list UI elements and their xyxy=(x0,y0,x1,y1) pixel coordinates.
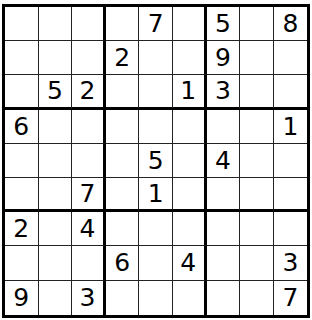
cell-r3c6[interactable]: 1 xyxy=(173,75,207,109)
cell-r4c5[interactable] xyxy=(139,110,173,144)
cell-r6c4[interactable] xyxy=(106,178,140,212)
cell-r3c8[interactable] xyxy=(240,75,274,109)
cell-r6c3[interactable]: 7 xyxy=(72,178,106,212)
cell-r1c5[interactable]: 7 xyxy=(139,7,173,41)
cell-r2c4[interactable]: 2 xyxy=(106,41,140,75)
cell-r5c1[interactable] xyxy=(5,144,39,178)
cell-r9c1[interactable]: 9 xyxy=(5,281,39,315)
cell-r9c5[interactable] xyxy=(139,281,173,315)
cell-r6c9[interactable] xyxy=(274,178,308,212)
cell-r3c1[interactable] xyxy=(5,75,39,109)
cell-r5c9[interactable] xyxy=(274,144,308,178)
cell-r8c7[interactable] xyxy=(207,246,241,280)
cell-r1c8[interactable] xyxy=(240,7,274,41)
cell-r7c8[interactable] xyxy=(240,212,274,246)
cell-r5c7[interactable]: 4 xyxy=(207,144,241,178)
cell-r7c5[interactable] xyxy=(139,212,173,246)
cell-r1c6[interactable] xyxy=(173,7,207,41)
cell-r3c4[interactable] xyxy=(106,75,140,109)
cell-r6c5[interactable]: 1 xyxy=(139,178,173,212)
cell-r7c6[interactable] xyxy=(173,212,207,246)
cell-r4c9[interactable]: 1 xyxy=(274,110,308,144)
cell-r2c7[interactable]: 9 xyxy=(207,41,241,75)
cell-r5c5[interactable]: 5 xyxy=(139,144,173,178)
page-container: 75829521361547124643937 xyxy=(0,0,312,318)
cell-r1c2[interactable] xyxy=(39,7,73,41)
cell-r6c1[interactable] xyxy=(5,178,39,212)
cell-r4c3[interactable] xyxy=(72,110,106,144)
cell-r7c2[interactable] xyxy=(39,212,73,246)
cell-r9c7[interactable] xyxy=(207,281,241,315)
cell-r4c7[interactable] xyxy=(207,110,241,144)
cell-r3c9[interactable] xyxy=(274,75,308,109)
cell-r4c6[interactable] xyxy=(173,110,207,144)
cell-r5c3[interactable] xyxy=(72,144,106,178)
cell-r9c6[interactable] xyxy=(173,281,207,315)
cell-r7c1[interactable]: 2 xyxy=(5,212,39,246)
cell-r6c6[interactable] xyxy=(173,178,207,212)
cell-r8c3[interactable] xyxy=(72,246,106,280)
cell-r9c2[interactable] xyxy=(39,281,73,315)
cell-r1c4[interactable] xyxy=(106,7,140,41)
cell-r2c9[interactable] xyxy=(274,41,308,75)
cell-r4c8[interactable] xyxy=(240,110,274,144)
cell-r5c6[interactable] xyxy=(173,144,207,178)
cell-r2c1[interactable] xyxy=(5,41,39,75)
cell-r9c3[interactable]: 3 xyxy=(72,281,106,315)
cell-r4c2[interactable] xyxy=(39,110,73,144)
cell-r7c3[interactable]: 4 xyxy=(72,212,106,246)
cell-r2c5[interactable] xyxy=(139,41,173,75)
cell-r6c8[interactable] xyxy=(240,178,274,212)
cell-r9c4[interactable] xyxy=(106,281,140,315)
cell-r2c6[interactable] xyxy=(173,41,207,75)
cell-r9c8[interactable] xyxy=(240,281,274,315)
cell-r8c6[interactable]: 4 xyxy=(173,246,207,280)
cell-r3c3[interactable]: 2 xyxy=(72,75,106,109)
sudoku-page: { "game": "sudoku", "grid_size": "9x9", … xyxy=(0,0,312,320)
cell-r8c9[interactable]: 3 xyxy=(274,246,308,280)
cell-r4c1[interactable]: 6 xyxy=(5,110,39,144)
cell-r3c2[interactable]: 5 xyxy=(39,75,73,109)
cell-r5c4[interactable] xyxy=(106,144,140,178)
cell-r3c7[interactable]: 3 xyxy=(207,75,241,109)
cell-r2c8[interactable] xyxy=(240,41,274,75)
cell-r8c8[interactable] xyxy=(240,246,274,280)
cell-r6c2[interactable] xyxy=(39,178,73,212)
cell-r9c9[interactable]: 7 xyxy=(274,281,308,315)
cell-r8c4[interactable]: 6 xyxy=(106,246,140,280)
cell-r5c8[interactable] xyxy=(240,144,274,178)
cell-r2c2[interactable] xyxy=(39,41,73,75)
cell-r6c7[interactable] xyxy=(207,178,241,212)
cell-r1c9[interactable]: 8 xyxy=(274,7,308,41)
cell-r8c1[interactable] xyxy=(5,246,39,280)
cell-r5c2[interactable] xyxy=(39,144,73,178)
cell-r2c3[interactable] xyxy=(72,41,106,75)
cell-r8c2[interactable] xyxy=(39,246,73,280)
cell-r1c3[interactable] xyxy=(72,7,106,41)
cell-r7c9[interactable] xyxy=(274,212,308,246)
cell-r7c7[interactable] xyxy=(207,212,241,246)
sudoku-board: 75829521361547124643937 xyxy=(2,4,310,318)
cell-r7c4[interactable] xyxy=(106,212,140,246)
cell-r1c1[interactable] xyxy=(5,7,39,41)
cell-r4c4[interactable] xyxy=(106,110,140,144)
cell-r1c7[interactable]: 5 xyxy=(207,7,241,41)
cell-r3c5[interactable] xyxy=(139,75,173,109)
cell-r8c5[interactable] xyxy=(139,246,173,280)
